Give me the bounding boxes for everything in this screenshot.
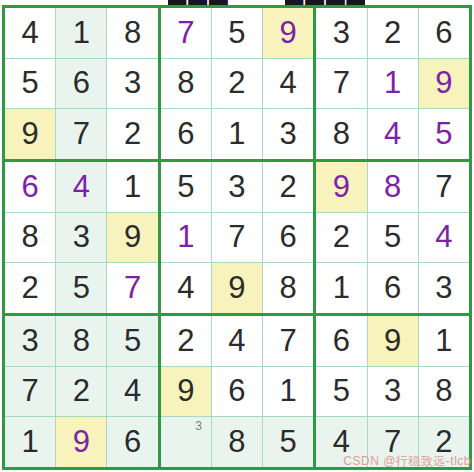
cell-r3c5[interactable]: 1 — [212, 109, 262, 159]
sudoku-board: 4185639727598246133267198456418392575321… — [2, 5, 472, 470]
cell-r3c2[interactable]: 7 — [56, 109, 106, 159]
cell-r4c7[interactable]: 9 — [316, 162, 366, 212]
cell-r1c4[interactable]: 7 — [161, 8, 211, 58]
cell-r8c9[interactable]: 8 — [419, 367, 469, 417]
cell-r5c6[interactable]: 6 — [263, 213, 313, 263]
cell-r8c1[interactable]: 7 — [5, 367, 55, 417]
box-6: 987254163 — [316, 162, 469, 313]
cell-r8c7[interactable]: 5 — [316, 367, 366, 417]
cell-r2c5[interactable]: 2 — [212, 59, 262, 109]
box-7: 385724196 — [5, 316, 158, 467]
cell-r2c6[interactable]: 4 — [263, 59, 313, 109]
cell-r6c5[interactable]: 9 — [212, 263, 262, 313]
cell-r9c3[interactable]: 6 — [107, 417, 157, 467]
cell-r5c9[interactable]: 4 — [419, 213, 469, 263]
box-1: 418563972 — [5, 8, 158, 159]
cell-r7c1[interactable]: 3 — [5, 316, 55, 366]
cell-r7c7[interactable]: 6 — [316, 316, 366, 366]
cell-r5c1[interactable]: 8 — [5, 213, 55, 263]
cell-r3c3[interactable]: 2 — [107, 109, 157, 159]
cell-r9c6[interactable]: 5 — [263, 417, 313, 467]
cell-r9c8[interactable]: 7 — [368, 417, 418, 467]
cell-r1c6[interactable]: 9 — [263, 8, 313, 58]
box-2: 759824613 — [161, 8, 314, 159]
cell-r6c1[interactable]: 2 — [5, 263, 55, 313]
cell-r6c3[interactable]: 7 — [107, 263, 157, 313]
cell-r4c3[interactable]: 1 — [107, 162, 157, 212]
cell-r6c8[interactable]: 6 — [368, 263, 418, 313]
cell-r7c9[interactable]: 1 — [419, 316, 469, 366]
cell-r6c7[interactable]: 1 — [316, 263, 366, 313]
cell-r8c4[interactable]: 9 — [161, 367, 211, 417]
cell-r5c4[interactable]: 1 — [161, 213, 211, 263]
cell-r1c7[interactable]: 3 — [316, 8, 366, 58]
cell-r7c6[interactable]: 7 — [263, 316, 313, 366]
box-8: 247961385 — [161, 316, 314, 467]
pencil-mark: 3 — [195, 419, 202, 433]
cell-r5c5[interactable]: 7 — [212, 213, 262, 263]
cell-r1c2[interactable]: 1 — [56, 8, 106, 58]
cell-r3c6[interactable]: 3 — [263, 109, 313, 159]
cell-r8c3[interactable]: 4 — [107, 367, 157, 417]
cell-r2c4[interactable]: 8 — [161, 59, 211, 109]
cell-r2c3[interactable]: 3 — [107, 59, 157, 109]
box-3: 326719845 — [316, 8, 469, 159]
cell-r9c2[interactable]: 9 — [56, 417, 106, 467]
cell-r5c8[interactable]: 5 — [368, 213, 418, 263]
cell-r9c9[interactable]: 2 — [419, 417, 469, 467]
cell-r4c4[interactable]: 5 — [161, 162, 211, 212]
cell-r3c4[interactable]: 6 — [161, 109, 211, 159]
cell-r6c9[interactable]: 3 — [419, 263, 469, 313]
cell-r3c8[interactable]: 4 — [368, 109, 418, 159]
cell-r2c7[interactable]: 7 — [316, 59, 366, 109]
box-4: 641839257 — [5, 162, 158, 313]
cell-r4c1[interactable]: 6 — [5, 162, 55, 212]
cell-r8c5[interactable]: 6 — [212, 367, 262, 417]
cell-r9c7[interactable]: 4 — [316, 417, 366, 467]
cell-r7c2[interactable]: 8 — [56, 316, 106, 366]
cell-r6c4[interactable]: 4 — [161, 263, 211, 313]
sudoku-app-screen: ▇▇▇ ▇▇▇▇ 4185639727598246133267198456418… — [0, 0, 474, 472]
box-5: 532176498 — [161, 162, 314, 313]
cell-r9c4[interactable]: 3 — [161, 417, 211, 467]
cell-r8c2[interactable]: 2 — [56, 367, 106, 417]
cell-r7c3[interactable]: 5 — [107, 316, 157, 366]
cell-r4c2[interactable]: 4 — [56, 162, 106, 212]
cell-r3c7[interactable]: 8 — [316, 109, 366, 159]
cell-r7c8[interactable]: 9 — [368, 316, 418, 366]
cell-r8c6[interactable]: 1 — [263, 367, 313, 417]
cell-r2c2[interactable]: 6 — [56, 59, 106, 109]
cell-r4c8[interactable]: 8 — [368, 162, 418, 212]
cell-r7c5[interactable]: 4 — [212, 316, 262, 366]
box-9: 691538472 — [316, 316, 469, 467]
cell-r1c9[interactable]: 6 — [419, 8, 469, 58]
cell-r4c5[interactable]: 3 — [212, 162, 262, 212]
cell-r5c3[interactable]: 9 — [107, 213, 157, 263]
cell-r5c7[interactable]: 2 — [316, 213, 366, 263]
cell-r2c9[interactable]: 9 — [419, 59, 469, 109]
cell-r1c1[interactable]: 4 — [5, 8, 55, 58]
cell-r1c8[interactable]: 2 — [368, 8, 418, 58]
cell-r8c8[interactable]: 3 — [368, 367, 418, 417]
cell-r5c2[interactable]: 3 — [56, 213, 106, 263]
cell-r3c1[interactable]: 9 — [5, 109, 55, 159]
cell-r6c2[interactable]: 5 — [56, 263, 106, 313]
cell-r1c3[interactable]: 8 — [107, 8, 157, 58]
cell-r4c9[interactable]: 7 — [419, 162, 469, 212]
cell-r7c4[interactable]: 2 — [161, 316, 211, 366]
cell-r4c6[interactable]: 2 — [263, 162, 313, 212]
cell-r2c1[interactable]: 5 — [5, 59, 55, 109]
cell-r9c1[interactable]: 1 — [5, 417, 55, 467]
cell-r9c5[interactable]: 8 — [212, 417, 262, 467]
cell-r2c8[interactable]: 1 — [368, 59, 418, 109]
cell-r6c6[interactable]: 8 — [263, 263, 313, 313]
cell-r1c5[interactable]: 5 — [212, 8, 262, 58]
cell-r3c9[interactable]: 5 — [419, 109, 469, 159]
